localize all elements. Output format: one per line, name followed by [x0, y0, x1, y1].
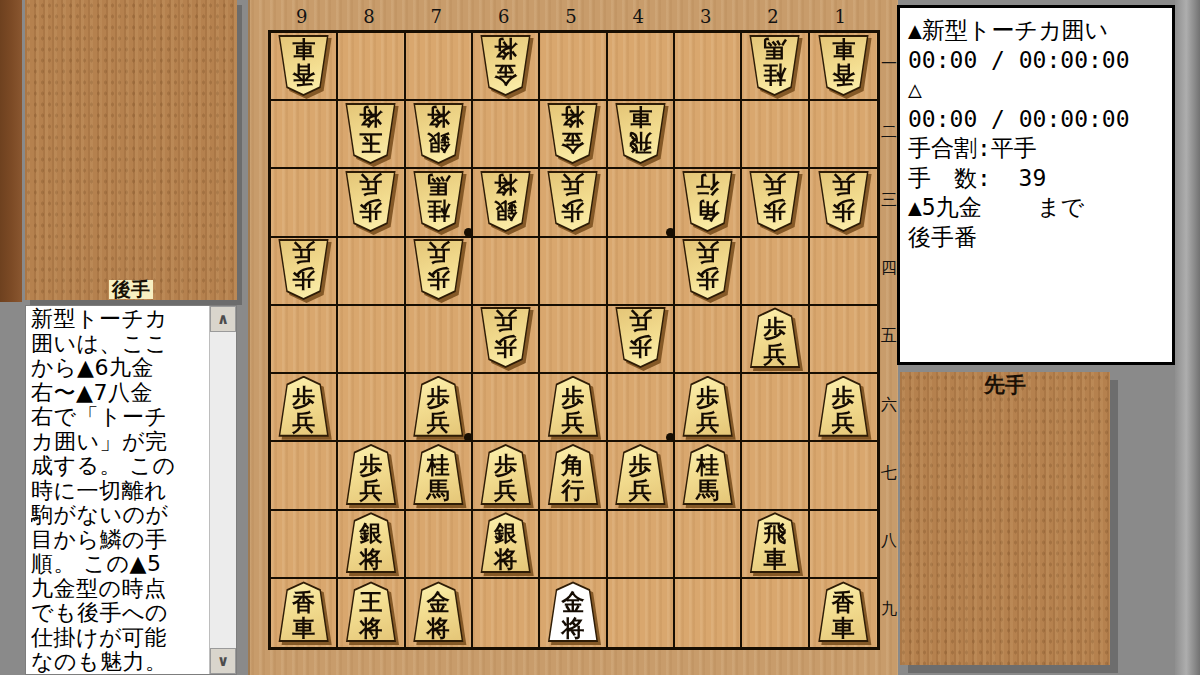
board-cell[interactable]: 歩兵 — [473, 442, 540, 510]
piece-body: 金将 — [544, 581, 601, 642]
board-cell[interactable] — [406, 306, 473, 374]
piece-kanji: 歩兵 — [477, 444, 534, 505]
board-cell[interactable]: 桂馬 — [406, 169, 473, 237]
commentary-line: 時に一切離れ — [31, 479, 208, 504]
info-line: 手 数: 39 — [908, 164, 1166, 194]
shogi-piece-63[interactable]: 銀将 — [477, 171, 534, 232]
shogi-piece-11[interactable]: 香車 — [815, 35, 872, 96]
board-cell[interactable]: 歩兵 — [742, 169, 809, 237]
file-label: 6 — [470, 5, 537, 28]
board-cell[interactable] — [742, 374, 809, 442]
shogi-piece-96[interactable]: 歩兵 — [275, 376, 332, 437]
commentary-text: 新型トーチカ囲いは、ここから▲6九金右〜▲7八金右で「トーチカ囲い」が完成する。… — [31, 307, 208, 674]
shogi-piece-57[interactable]: 角行 — [544, 444, 601, 505]
piece-kanji: 銀将 — [477, 512, 534, 573]
board-cell[interactable] — [608, 238, 675, 306]
shogi-piece-34[interactable]: 歩兵 — [679, 239, 736, 300]
board-cell[interactable] — [810, 306, 877, 374]
commentary-line: 新型トーチカ — [31, 307, 208, 332]
piece-kanji: 玉将 — [342, 103, 399, 164]
commentary-line: 目から鱗の手 — [31, 528, 208, 553]
board-cell[interactable] — [675, 101, 742, 169]
piece-kanji: 飛車 — [612, 103, 669, 164]
piece-body: 桂馬 — [746, 35, 803, 96]
shogi-piece-65[interactable]: 歩兵 — [477, 307, 534, 368]
board-cell[interactable]: 香車 — [810, 579, 877, 647]
board-cell[interactable] — [608, 511, 675, 579]
shogi-piece-42[interactable]: 飛車 — [612, 103, 669, 164]
piece-kanji: 銀将 — [342, 512, 399, 573]
commentary-line: 駒がないのが — [31, 503, 208, 528]
board-cell[interactable]: 金将 — [540, 579, 607, 647]
file-label: 9 — [268, 5, 335, 28]
piece-kanji: 王将 — [342, 581, 399, 642]
board-cell[interactable]: 歩兵 — [338, 169, 405, 237]
board-cell[interactable]: 歩兵 — [608, 442, 675, 510]
board-cell[interactable] — [338, 306, 405, 374]
board-cell[interactable]: 香車 — [810, 33, 877, 101]
board-cell[interactable] — [473, 579, 540, 647]
piece-body: 歩兵 — [477, 444, 534, 505]
shogi-piece-21[interactable]: 桂馬 — [746, 35, 803, 96]
board-cell[interactable] — [742, 442, 809, 510]
info-line: 手合割:平手 — [908, 134, 1166, 164]
rank-label: 五 — [880, 303, 898, 371]
shogi-piece-77[interactable]: 桂馬 — [410, 444, 467, 505]
piece-body: 歩兵 — [410, 239, 467, 300]
commentary-line: なのも魅力。 — [31, 650, 208, 674]
commentary-line: でも後手への — [31, 601, 208, 626]
piece-body: 王将 — [342, 581, 399, 642]
piece-body: 香車 — [275, 581, 332, 642]
commentary-line: から▲6九金 — [31, 356, 208, 381]
board-cell[interactable]: 角行 — [675, 169, 742, 237]
board-cell[interactable] — [540, 306, 607, 374]
piece-body: 銀将 — [410, 103, 467, 164]
rank-label: 九 — [880, 576, 898, 644]
rank-label: 六 — [880, 371, 898, 439]
shogi-piece-68[interactable]: 銀将 — [477, 512, 534, 573]
hoshi-dot — [666, 433, 675, 442]
shogi-piece-89[interactable]: 王将 — [342, 581, 399, 642]
board-cell[interactable] — [675, 511, 742, 579]
board-cell[interactable]: 金将 — [406, 579, 473, 647]
hoshi-dot — [464, 228, 473, 237]
board-cell[interactable] — [473, 101, 540, 169]
rank-label: 四 — [880, 235, 898, 303]
piece-kanji: 歩兵 — [342, 444, 399, 505]
shogi-piece-99[interactable]: 香車 — [275, 581, 332, 642]
piece-body: 歩兵 — [342, 444, 399, 505]
file-label: 2 — [739, 5, 806, 28]
piece-kanji: 角行 — [679, 171, 736, 232]
board-cell[interactable]: 飛車 — [742, 511, 809, 579]
piece-body: 桂馬 — [410, 171, 467, 232]
shogi-piece-88[interactable]: 銀将 — [342, 512, 399, 573]
piece-kanji: 歩兵 — [815, 376, 872, 437]
board-cell[interactable] — [473, 238, 540, 306]
board-cell[interactable]: 歩兵 — [473, 306, 540, 374]
shogi-piece-87[interactable]: 歩兵 — [342, 444, 399, 505]
file-coordinates: 987654321 — [268, 5, 874, 28]
board-cell[interactable] — [608, 169, 675, 237]
board-cell[interactable]: 歩兵 — [810, 169, 877, 237]
piece-kanji: 桂馬 — [746, 35, 803, 96]
shogi-piece-61[interactable]: 金将 — [477, 35, 534, 96]
scroll-down-icon[interactable]: ∨ — [210, 648, 236, 674]
rank-label: 七 — [880, 439, 898, 507]
board-cell[interactable] — [271, 442, 338, 510]
piece-body: 歩兵 — [544, 376, 601, 437]
shogi-piece-74[interactable]: 歩兵 — [410, 239, 467, 300]
game-info-panel: ▲新型トーチカ囲い00:00 / 00:00:00△00:00 / 00:00:… — [897, 5, 1175, 365]
piece-body: 金将 — [544, 103, 601, 164]
commentary-line: 成する。 この — [31, 454, 208, 479]
file-label: 7 — [403, 5, 470, 28]
piece-kanji: 香車 — [275, 581, 332, 642]
commentary-line: 順。 この▲5 — [31, 552, 208, 577]
info-line: 後手番 — [908, 223, 1166, 253]
piece-kanji: 歩兵 — [679, 239, 736, 300]
piece-body: 飛車 — [612, 103, 669, 164]
piece-kanji: 歩兵 — [544, 376, 601, 437]
shogi-piece-59[interactable]: 金将 — [544, 581, 601, 642]
board-cell[interactable]: 歩兵 — [406, 374, 473, 442]
board-cell[interactable] — [473, 374, 540, 442]
shogi-piece-28[interactable]: 飛車 — [746, 512, 803, 573]
board-cell[interactable] — [271, 169, 338, 237]
board-cell[interactable] — [406, 33, 473, 101]
shogi-piece-53[interactable]: 歩兵 — [544, 171, 601, 232]
board-cell[interactable]: 歩兵 — [271, 374, 338, 442]
file-label: 1 — [807, 5, 874, 28]
shogi-piece-45[interactable]: 歩兵 — [612, 307, 669, 368]
shogi-piece-83[interactable]: 歩兵 — [342, 171, 399, 232]
screen-edge-gradient — [1175, 0, 1200, 675]
board-cell[interactable]: 金将 — [540, 101, 607, 169]
piece-body: 歩兵 — [275, 239, 332, 300]
board-cell[interactable] — [608, 374, 675, 442]
piece-body: 歩兵 — [746, 171, 803, 232]
board-cell[interactable] — [608, 579, 675, 647]
board-cell[interactable] — [675, 306, 742, 374]
board-cell[interactable] — [608, 33, 675, 101]
board-cell[interactable] — [675, 579, 742, 647]
shogi-piece-16[interactable]: 歩兵 — [815, 376, 872, 437]
sente-label: 先手 — [984, 374, 1026, 396]
board-cell[interactable]: 桂馬 — [406, 442, 473, 510]
piece-kanji: 銀将 — [410, 103, 467, 164]
piece-kanji: 歩兵 — [275, 239, 332, 300]
board-cell[interactable]: 銀将 — [473, 169, 540, 237]
rank-coordinates: 一二三四五六七八九 — [880, 30, 898, 644]
board-cell[interactable] — [271, 511, 338, 579]
info-line: △ — [908, 75, 1166, 105]
piece-kanji: 歩兵 — [410, 376, 467, 437]
shogi-piece-72[interactable]: 銀将 — [410, 103, 467, 164]
piece-body: 角行 — [679, 171, 736, 232]
board-cell[interactable]: 歩兵 — [810, 374, 877, 442]
board-cell[interactable]: 桂馬 — [742, 33, 809, 101]
piece-kanji: 歩兵 — [342, 171, 399, 232]
shogi-piece-82[interactable]: 玉将 — [342, 103, 399, 164]
piece-body: 歩兵 — [679, 239, 736, 300]
board-cell[interactable] — [810, 511, 877, 579]
board-cell[interactable]: 角行 — [540, 442, 607, 510]
shogi-piece-13[interactable]: 歩兵 — [815, 171, 872, 232]
piece-body: 歩兵 — [612, 444, 669, 505]
shogi-piece-25[interactable]: 歩兵 — [746, 307, 803, 368]
piece-body: 歩兵 — [815, 171, 872, 232]
piece-body: 角行 — [544, 444, 601, 505]
piece-kanji: 桂馬 — [679, 444, 736, 505]
board-cell[interactable]: 玉将 — [338, 101, 405, 169]
board-cell[interactable] — [338, 238, 405, 306]
piece-kanji: 歩兵 — [275, 376, 332, 437]
shogi-piece-79[interactable]: 金将 — [410, 581, 467, 642]
board-cell[interactable] — [406, 511, 473, 579]
piece-kanji: 桂馬 — [410, 171, 467, 232]
piece-body: 玉将 — [342, 103, 399, 164]
board-cell[interactable]: 銀将 — [473, 511, 540, 579]
shogi-piece-67[interactable]: 歩兵 — [477, 444, 534, 505]
piece-body: 銀将 — [477, 512, 534, 573]
rank-label: 三 — [880, 166, 898, 234]
piece-kanji: 歩兵 — [679, 376, 736, 437]
shogi-piece-73[interactable]: 桂馬 — [410, 171, 467, 232]
shogi-piece-37[interactable]: 桂馬 — [679, 444, 736, 505]
shogi-piece-56[interactable]: 歩兵 — [544, 376, 601, 437]
piece-kanji: 飛車 — [746, 512, 803, 573]
piece-kanji: 歩兵 — [477, 307, 534, 368]
piece-kanji: 歩兵 — [544, 171, 601, 232]
piece-body: 金将 — [477, 35, 534, 96]
board-cell[interactable]: 歩兵 — [540, 169, 607, 237]
piece-body: 歩兵 — [679, 376, 736, 437]
shogi-piece-47[interactable]: 歩兵 — [612, 444, 669, 505]
file-label: 3 — [672, 5, 739, 28]
piece-body: 歩兵 — [815, 376, 872, 437]
piece-body: 桂馬 — [679, 444, 736, 505]
shogi-piece-91[interactable]: 香車 — [275, 35, 332, 96]
board-cell[interactable] — [810, 442, 877, 510]
shogi-piece-52[interactable]: 金将 — [544, 103, 601, 164]
piece-body: 歩兵 — [342, 171, 399, 232]
rank-label: 二 — [880, 98, 898, 166]
piece-body: 銀将 — [477, 171, 534, 232]
sente-piece-stand: 先手 — [900, 372, 1110, 665]
info-line: 00:00 / 00:00:00 — [908, 105, 1166, 135]
board-cell[interactable]: 銀将 — [338, 511, 405, 579]
board-cell[interactable] — [810, 238, 877, 306]
board-cell[interactable]: 歩兵 — [742, 306, 809, 374]
shogi-piece-76[interactable]: 歩兵 — [410, 376, 467, 437]
commentary-line: 右〜▲7八金 — [31, 381, 208, 406]
piece-kanji: 歩兵 — [612, 444, 669, 505]
board-cell[interactable] — [271, 101, 338, 169]
file-label: 4 — [605, 5, 672, 28]
piece-body: 銀将 — [342, 512, 399, 573]
piece-kanji: 歩兵 — [815, 171, 872, 232]
board-cell[interactable]: 歩兵 — [406, 238, 473, 306]
piece-kanji: 香車 — [815, 35, 872, 96]
shogi-board-frame: 987654321 香車金将桂馬香車玉将銀将金将飛車歩兵桂馬銀将歩兵角行歩兵歩兵… — [248, 0, 898, 675]
board-cell[interactable] — [742, 579, 809, 647]
board-cell[interactable] — [742, 238, 809, 306]
board-cell[interactable] — [742, 101, 809, 169]
board-cell[interactable] — [540, 33, 607, 101]
board-cell[interactable]: 香車 — [271, 33, 338, 101]
piece-kanji: 金将 — [544, 581, 601, 642]
piece-body: 歩兵 — [612, 307, 669, 368]
rank-label: 八 — [880, 508, 898, 576]
board-cell[interactable]: 歩兵 — [608, 306, 675, 374]
board-cell[interactable] — [338, 374, 405, 442]
shogi-piece-36[interactable]: 歩兵 — [679, 376, 736, 437]
shogi-piece-23[interactable]: 歩兵 — [746, 171, 803, 232]
piece-kanji: 香車 — [275, 35, 332, 96]
board-cell[interactable] — [675, 33, 742, 101]
piece-body: 香車 — [815, 35, 872, 96]
file-label: 8 — [335, 5, 402, 28]
info-line: 00:00 / 00:00:00 — [908, 46, 1166, 76]
shogi-board: 香車金将桂馬香車玉将銀将金将飛車歩兵桂馬銀将歩兵角行歩兵歩兵歩兵歩兵歩兵歩兵歩兵… — [268, 30, 880, 650]
info-line: ▲新型トーチカ囲い — [908, 16, 1166, 46]
board-cell[interactable] — [338, 33, 405, 101]
board-cell[interactable]: 飛車 — [608, 101, 675, 169]
piece-kanji: 歩兵 — [746, 307, 803, 368]
board-cell[interactable]: 歩兵 — [271, 238, 338, 306]
hoshi-dot — [464, 433, 473, 442]
piece-body: 金将 — [410, 581, 467, 642]
board-cell[interactable] — [540, 511, 607, 579]
piece-body: 歩兵 — [410, 376, 467, 437]
board-cell[interactable]: 桂馬 — [675, 442, 742, 510]
commentary-panel: 新型トーチカ囲いは、ここから▲6九金右〜▲7八金右で「トーチカ囲い」が完成する。… — [25, 305, 237, 675]
piece-body: 香車 — [275, 35, 332, 96]
board-cell[interactable] — [271, 306, 338, 374]
commentary-line: 右で「トーチ — [31, 405, 208, 430]
rank-label: 一 — [880, 30, 898, 98]
piece-body: 歩兵 — [544, 171, 601, 232]
piece-body: 歩兵 — [477, 307, 534, 368]
piece-kanji: 角行 — [544, 444, 601, 505]
board-cell[interactable]: 歩兵 — [675, 374, 742, 442]
board-cell[interactable]: 歩兵 — [540, 374, 607, 442]
board-cell[interactable] — [810, 101, 877, 169]
commentary-line: 仕掛けが可能 — [31, 626, 208, 651]
piece-body: 飛車 — [746, 512, 803, 573]
commentary-line: 九金型の時点 — [31, 577, 208, 602]
board-cell[interactable]: 王将 — [338, 579, 405, 647]
board-cell[interactable] — [540, 238, 607, 306]
gote-piece-stand: 後手 — [25, 0, 237, 300]
piece-kanji: 歩兵 — [612, 307, 669, 368]
piece-kanji: 金将 — [544, 103, 601, 164]
piece-body: 香車 — [815, 581, 872, 642]
board-cell[interactable]: 銀将 — [406, 101, 473, 169]
piece-kanji: 金将 — [410, 581, 467, 642]
piece-kanji: 歩兵 — [410, 239, 467, 300]
scroll-up-icon[interactable]: ∧ — [210, 306, 236, 332]
table-edge-strip — [0, 0, 22, 302]
piece-kanji: 金将 — [477, 35, 534, 96]
file-label: 5 — [537, 5, 604, 28]
shogi-piece-19[interactable]: 香車 — [815, 581, 872, 642]
piece-body: 桂馬 — [410, 444, 467, 505]
board-cell[interactable]: 香車 — [271, 579, 338, 647]
shogi-piece-94[interactable]: 歩兵 — [275, 239, 332, 300]
board-cell[interactable]: 歩兵 — [675, 238, 742, 306]
piece-kanji: 香車 — [815, 581, 872, 642]
gote-label: 後手 — [109, 280, 153, 299]
scrollbar[interactable]: ∧ ∨ — [209, 306, 236, 674]
hoshi-dot — [666, 228, 675, 237]
piece-kanji: 歩兵 — [746, 171, 803, 232]
piece-body: 歩兵 — [275, 376, 332, 437]
board-cell[interactable]: 歩兵 — [338, 442, 405, 510]
shogi-piece-33[interactable]: 角行 — [679, 171, 736, 232]
piece-kanji: 銀将 — [477, 171, 534, 232]
piece-body: 歩兵 — [746, 307, 803, 368]
commentary-line: 囲いは、ここ — [31, 332, 208, 357]
board-cell[interactable]: 金将 — [473, 33, 540, 101]
piece-kanji: 桂馬 — [410, 444, 467, 505]
info-line: ▲5九金 まで — [908, 193, 1166, 223]
commentary-line: カ囲い」が完 — [31, 430, 208, 455]
